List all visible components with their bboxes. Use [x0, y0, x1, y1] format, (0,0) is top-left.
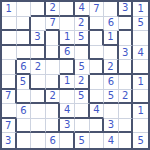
given-digit-r3c3[interactable]: 3: [31, 31, 46, 46]
given-digit-r9c1[interactable]: 7: [2, 119, 17, 134]
cell-r5c1[interactable]: [2, 60, 17, 75]
given-digit-r2c10[interactable]: 5: [133, 17, 148, 32]
given-digit-r10c8[interactable]: 4: [104, 133, 119, 148]
cell-r7c3[interactable]: [31, 90, 46, 105]
given-digit-r1c6[interactable]: 4: [75, 2, 90, 17]
cell-r3c7[interactable]: [90, 31, 105, 46]
cell-r10c9[interactable]: [119, 133, 134, 148]
given-digit-r6c2[interactable]: 5: [17, 75, 32, 90]
given-digit-r4c9[interactable]: 3: [119, 46, 134, 61]
cell-r8c1[interactable]: [2, 104, 17, 119]
cell-r6c7[interactable]: [90, 75, 105, 90]
cell-r4c3[interactable]: [31, 46, 46, 61]
given-digit-r7c1[interactable]: 7: [2, 90, 17, 105]
cell-r9c9[interactable]: [119, 119, 134, 134]
given-digit-r1c4[interactable]: 2: [46, 2, 61, 17]
cell-r1c2[interactable]: [17, 2, 32, 17]
given-digit-r7c9[interactable]: 2: [119, 90, 134, 105]
cell-r8c8[interactable]: [104, 104, 119, 119]
cell-r8c9[interactable]: [119, 104, 134, 119]
given-digit-r4c5[interactable]: 6: [60, 46, 75, 61]
given-digit-r9c8[interactable]: 3: [104, 119, 119, 134]
cell-r5c10[interactable]: [133, 60, 148, 75]
cell-r2c5[interactable]: [60, 17, 75, 32]
cell-r3c4[interactable]: [46, 31, 61, 46]
given-digit-r10c6[interactable]: 5: [75, 133, 90, 148]
cell-r3c1[interactable]: [2, 31, 17, 46]
given-digit-r6c6[interactable]: 2: [75, 75, 90, 90]
given-digit-r5c2[interactable]: 6: [17, 60, 32, 75]
given-digit-r2c4[interactable]: 7: [46, 17, 61, 32]
given-digit-r6c8[interactable]: 6: [104, 75, 119, 90]
cell-r2c7[interactable]: [90, 17, 105, 32]
given-digit-r8c5[interactable]: 4: [60, 104, 75, 119]
cell-r6c3[interactable]: [31, 75, 46, 90]
cell-r9c6[interactable]: [75, 119, 90, 134]
cell-r5c5[interactable]: [60, 60, 75, 75]
given-digit-r1c9[interactable]: 3: [119, 2, 134, 17]
puzzle-board: 1247317265315163462525126172552644173336…: [0, 0, 150, 150]
given-digit-r7c6[interactable]: 5: [75, 90, 90, 105]
given-digit-r10c4[interactable]: 6: [46, 133, 61, 148]
cell-r7c7[interactable]: [90, 90, 105, 105]
cell-r3c2[interactable]: [17, 31, 32, 46]
cell-r4c6[interactable]: [75, 46, 90, 61]
cell-r4c4[interactable]: [46, 46, 61, 61]
cell-r9c4[interactable]: [46, 119, 61, 134]
cell-r8c4[interactable]: [46, 104, 61, 119]
cell-r2c3[interactable]: [31, 17, 46, 32]
cell-r7c2[interactable]: [17, 90, 32, 105]
cell-r10c3[interactable]: [31, 133, 46, 148]
cell-r10c2[interactable]: [17, 133, 32, 148]
cell-r9c3[interactable]: [31, 119, 46, 134]
cell-r1c5[interactable]: [60, 2, 75, 17]
cell-r2c2[interactable]: [17, 17, 32, 32]
cell-r9c10[interactable]: [133, 119, 148, 134]
given-digit-r8c2[interactable]: 6: [17, 104, 32, 119]
cell-r3c9[interactable]: [119, 31, 134, 46]
given-digit-r10c1[interactable]: 3: [2, 133, 17, 148]
cell-r2c9[interactable]: [119, 17, 134, 32]
cell-r1c8[interactable]: [104, 2, 119, 17]
cell-r8c3[interactable]: [31, 104, 46, 119]
cell-r6c4[interactable]: [46, 75, 61, 90]
given-digit-r1c1[interactable]: 1: [2, 2, 17, 17]
cell-r2c1[interactable]: [2, 17, 17, 32]
given-digit-r1c7[interactable]: 7: [90, 2, 105, 17]
cell-r1c3[interactable]: [31, 2, 46, 17]
given-digit-r2c6[interactable]: 2: [75, 17, 90, 32]
given-digit-r3c6[interactable]: 5: [75, 31, 90, 46]
given-digit-r10c10[interactable]: 5: [133, 133, 148, 148]
cell-r4c2[interactable]: [17, 46, 32, 61]
cell-r9c2[interactable]: [17, 119, 32, 134]
puzzle-screen: 1247317265315163462525126172552644173336…: [0, 0, 150, 150]
cell-r4c8[interactable]: [104, 46, 119, 61]
given-digit-r5c3[interactable]: 2: [31, 60, 46, 75]
cell-r7c5[interactable]: [60, 90, 75, 105]
cell-r10c5[interactable]: [60, 133, 75, 148]
cell-r3c10[interactable]: [133, 31, 148, 46]
cell-r5c4[interactable]: [46, 60, 61, 75]
cell-r6c9[interactable]: [119, 75, 134, 90]
cell-r5c7[interactable]: [90, 60, 105, 75]
given-digit-r7c8[interactable]: 5: [104, 90, 119, 105]
cell-r8c6[interactable]: [75, 104, 90, 119]
cell-r10c7[interactable]: [90, 133, 105, 148]
cell-r7c10[interactable]: [133, 90, 148, 105]
cell-r6c1[interactable]: [2, 75, 17, 90]
given-digit-r4c10[interactable]: 4: [133, 46, 148, 61]
given-digit-r7c4[interactable]: 2: [46, 90, 61, 105]
cell-r5c9[interactable]: [119, 60, 134, 75]
given-digit-r5c8[interactable]: 2: [104, 60, 119, 75]
given-digit-r8c7[interactable]: 4: [90, 104, 105, 119]
given-digit-r2c8[interactable]: 6: [104, 17, 119, 32]
given-digit-r3c8[interactable]: 1: [104, 31, 119, 46]
cell-r4c1[interactable]: [2, 46, 17, 61]
cell-r4c7[interactable]: [90, 46, 105, 61]
given-digit-r8c10[interactable]: 1: [133, 104, 148, 119]
given-digit-r6c5[interactable]: 1: [60, 75, 75, 90]
given-digit-r3c5[interactable]: 1: [60, 31, 75, 46]
given-digit-r5c6[interactable]: 5: [75, 60, 90, 75]
given-digit-r1c10[interactable]: 1: [133, 2, 148, 17]
given-digit-r6c10[interactable]: 1: [133, 75, 148, 90]
cell-r9c7[interactable]: [90, 119, 105, 134]
given-digit-r9c5[interactable]: 3: [60, 119, 75, 134]
